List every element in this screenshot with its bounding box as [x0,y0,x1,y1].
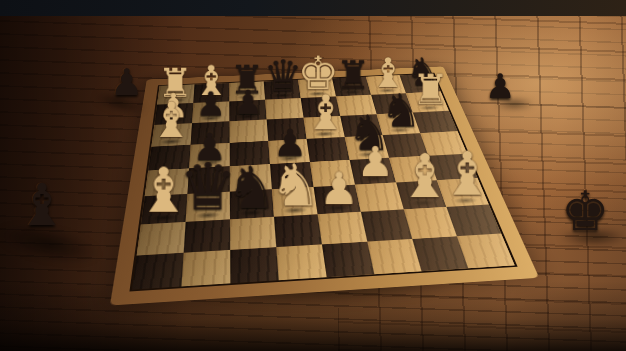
square-b7[interactable]: ♟ [192,101,229,123]
offboard-black-pawn-upper-right[interactable]: ♟ [485,69,515,103]
square-a3[interactable]: ♝ [141,194,188,225]
square-c6[interactable] [229,120,268,143]
scene: ♜♝♜♛♚♜♝♞♟♟♟♜♝♝♞♟♟♞♟♝♛♞♞♟♝♝ ♟ ♟ ♝ ♚ [0,0,626,351]
offboard-black-king-right[interactable]: ♚ [561,185,609,239]
square-g3[interactable]: ♝ [396,180,446,209]
square-c2[interactable] [230,217,276,250]
piece-white-bishop-g3[interactable]: ♝ [398,147,452,207]
square-h1[interactable] [457,233,515,268]
square-d1[interactable] [276,244,327,280]
square-a6[interactable]: ♝ [151,123,192,147]
square-e1[interactable] [322,242,374,278]
piece-white-bishop-e6[interactable]: ♝ [304,89,347,137]
piece-black-pawn-c7[interactable]: ♟ [233,86,263,119]
piece-white-pawn-e3[interactable]: ♟ [319,167,359,212]
square-d2[interactable] [274,214,322,247]
square-c7[interactable]: ♟ [229,100,266,122]
square-b3[interactable]: ♛ [186,192,230,222]
square-c1[interactable] [230,247,279,283]
square-b2[interactable] [184,219,230,252]
offboard-black-pawn-upper-left[interactable]: ♟ [110,64,143,101]
square-d3[interactable]: ♞ [272,187,318,217]
square-b1[interactable] [181,250,230,287]
square-e6[interactable]: ♝ [304,116,345,139]
square-h2[interactable] [446,205,501,237]
square-d7[interactable] [265,98,303,119]
offboard-black-bishop-left[interactable]: ♝ [16,176,68,234]
piece-black-pawn-b7[interactable]: ♟ [196,88,226,121]
square-e2[interactable] [318,212,368,244]
piece-white-pawn-f4[interactable]: ♟ [357,141,394,182]
square-a1[interactable] [132,253,183,290]
square-a2[interactable] [137,222,186,256]
piece-white-bishop-a3[interactable]: ♝ [136,160,191,222]
piece-black-queen-d8[interactable]: ♛ [263,55,302,99]
chess-board[interactable]: ♜♝♜♛♚♜♝♞♟♟♟♜♝♝♞♟♟♞♟♝♛♞♞♟♝♝ [132,74,514,290]
square-d8[interactable]: ♛ [264,80,301,100]
